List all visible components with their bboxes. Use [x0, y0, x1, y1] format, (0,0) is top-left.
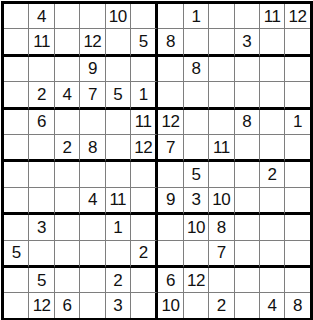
- cell-r9c2-given[interactable]: 3: [29, 215, 54, 240]
- cell-r11c11-empty[interactable]: [260, 268, 285, 293]
- cell-r11c6-empty[interactable]: [131, 268, 158, 293]
- cell-r4c6-given[interactable]: 1: [131, 82, 158, 109]
- cell-r7c7-empty[interactable]: [158, 162, 183, 187]
- cell-r7c3-empty[interactable]: [55, 162, 80, 187]
- cell-r10c12-empty[interactable]: [285, 241, 309, 268]
- cell-r2c9-empty[interactable]: [209, 29, 234, 56]
- cell-r6c4-given[interactable]: 8: [80, 135, 105, 162]
- cell-r12c9-given[interactable]: 2: [209, 293, 234, 317]
- cell-r6c12-empty[interactable]: [285, 135, 309, 162]
- cell-r2c10-given[interactable]: 3: [235, 29, 260, 56]
- cell-r3c6-empty[interactable]: [131, 57, 158, 82]
- cell-r8c9-given[interactable]: 10: [209, 188, 234, 215]
- cell-r9c1-empty[interactable]: [4, 215, 29, 240]
- cell-r2c2-given[interactable]: 11: [29, 29, 54, 56]
- cell-r10c2-empty[interactable]: [29, 241, 54, 268]
- cell-r3c9-empty[interactable]: [209, 57, 234, 82]
- cell-r5c6-given[interactable]: 11: [131, 110, 158, 135]
- cell-r7c12-empty[interactable]: [285, 162, 309, 187]
- cell-r8c2-empty[interactable]: [29, 188, 54, 215]
- cell-r1c3-empty[interactable]: [55, 4, 80, 29]
- cell-r10c4-empty[interactable]: [80, 241, 105, 268]
- cell-r4c9-empty[interactable]: [209, 82, 234, 109]
- cell-r5c11-empty[interactable]: [260, 110, 285, 135]
- cell-r9c4-empty[interactable]: [80, 215, 105, 240]
- cell-r1c1-empty[interactable]: [4, 4, 29, 29]
- cell-r12c3-given[interactable]: 6: [55, 293, 80, 317]
- cell-r4c5-given[interactable]: 5: [106, 82, 131, 109]
- cell-r5c2-given[interactable]: 6: [29, 110, 54, 135]
- cell-r5c12-given[interactable]: 1: [285, 110, 309, 135]
- cell-r10c11-empty[interactable]: [260, 241, 285, 268]
- cell-r5c8-empty[interactable]: [184, 110, 209, 135]
- cell-r3c5-empty[interactable]: [106, 57, 131, 82]
- cell-r1c7-empty[interactable]: [158, 4, 183, 29]
- cell-r9c3-empty[interactable]: [55, 215, 80, 240]
- cell-r12c4-empty[interactable]: [80, 293, 105, 317]
- cell-r1c9-empty[interactable]: [209, 4, 234, 29]
- cell-r2c1-empty[interactable]: [4, 29, 29, 56]
- cell-r10c9-given[interactable]: 7: [209, 241, 234, 268]
- cell-r12c2-given[interactable]: 12: [29, 293, 54, 317]
- cell-r1c4-empty[interactable]: [80, 4, 105, 29]
- cell-r8c12-empty[interactable]: [285, 188, 309, 215]
- cell-r2c11-empty[interactable]: [260, 29, 285, 56]
- cell-r10c7-empty[interactable]: [158, 241, 183, 268]
- cell-r6c7-given[interactable]: 7: [158, 135, 183, 162]
- cell-r3c7-empty[interactable]: [158, 57, 183, 82]
- cell-r4c8-empty[interactable]: [184, 82, 209, 109]
- cell-r1c12-given[interactable]: 12: [285, 4, 309, 29]
- cell-r3c12-empty[interactable]: [285, 57, 309, 82]
- cell-r1c10-empty[interactable]: [235, 4, 260, 29]
- cell-r11c4-empty[interactable]: [80, 268, 105, 293]
- cell-r5c3-empty[interactable]: [55, 110, 80, 135]
- cell-r9c7-empty[interactable]: [158, 215, 183, 240]
- cell-r12c10-empty[interactable]: [235, 293, 260, 317]
- cell-r8c10-empty[interactable]: [235, 188, 260, 215]
- cell-r6c10-empty[interactable]: [235, 135, 260, 162]
- cell-r11c5-given[interactable]: 2: [106, 268, 131, 293]
- cell-r4c10-empty[interactable]: [235, 82, 260, 109]
- cell-r2c7-given[interactable]: 8: [158, 29, 183, 56]
- cell-r7c11-given[interactable]: 2: [260, 162, 285, 187]
- cell-r11c8-given[interactable]: 12: [184, 268, 209, 293]
- cell-r3c11-empty[interactable]: [260, 57, 285, 82]
- cell-r10c10-empty[interactable]: [235, 241, 260, 268]
- cell-r4c1-empty[interactable]: [4, 82, 29, 109]
- cell-r3c3-empty[interactable]: [55, 57, 80, 82]
- cell-r10c8-empty[interactable]: [184, 241, 209, 268]
- cell-r1c5-given[interactable]: 10: [106, 4, 131, 29]
- cell-r1c6-empty[interactable]: [131, 4, 158, 29]
- cell-r3c1-empty[interactable]: [4, 57, 29, 82]
- cell-r7c1-empty[interactable]: [4, 162, 29, 187]
- cell-r8c3-empty[interactable]: [55, 188, 80, 215]
- cell-r2c4-given[interactable]: 12: [80, 29, 105, 56]
- cell-r12c1-empty[interactable]: [4, 293, 29, 317]
- cell-r7c2-empty[interactable]: [29, 162, 54, 187]
- cell-r12c12-given[interactable]: 8: [285, 293, 309, 317]
- cell-r10c5-empty[interactable]: [106, 241, 131, 268]
- cell-r4c12-empty[interactable]: [285, 82, 309, 109]
- cell-r2c6-given[interactable]: 5: [131, 29, 158, 56]
- cell-r5c4-empty[interactable]: [80, 110, 105, 135]
- cell-r5c1-empty[interactable]: [4, 110, 29, 135]
- cell-r2c8-empty[interactable]: [184, 29, 209, 56]
- cell-r5c7-given[interactable]: 12: [158, 110, 183, 135]
- cell-r1c2-given[interactable]: 4: [29, 4, 54, 29]
- cell-r6c11-empty[interactable]: [260, 135, 285, 162]
- cell-r12c6-empty[interactable]: [131, 293, 158, 317]
- cell-r10c3-empty[interactable]: [55, 241, 80, 268]
- cell-r11c3-empty[interactable]: [55, 268, 80, 293]
- cell-r3c8-given[interactable]: 8: [184, 57, 209, 82]
- cell-r9c10-empty[interactable]: [235, 215, 260, 240]
- cell-r7c9-empty[interactable]: [209, 162, 234, 187]
- cell-r11c1-empty[interactable]: [4, 268, 29, 293]
- cell-r9c6-empty[interactable]: [131, 215, 158, 240]
- cell-r7c4-empty[interactable]: [80, 162, 105, 187]
- cell-r6c3-given[interactable]: 2: [55, 135, 80, 162]
- cell-r6c5-empty[interactable]: [106, 135, 131, 162]
- cell-r12c11-given[interactable]: 4: [260, 293, 285, 317]
- cell-r12c7-given[interactable]: 10: [158, 293, 183, 317]
- cell-r9c11-empty[interactable]: [260, 215, 285, 240]
- cell-r12c5-given[interactable]: 3: [106, 293, 131, 317]
- cell-r7c5-empty[interactable]: [106, 162, 131, 187]
- cell-r5c5-empty[interactable]: [106, 110, 131, 135]
- cell-r4c7-empty[interactable]: [158, 82, 183, 109]
- cell-r2c12-empty[interactable]: [285, 29, 309, 56]
- cell-r4c3-given[interactable]: 4: [55, 82, 80, 109]
- cell-r9c12-empty[interactable]: [285, 215, 309, 240]
- cell-r11c2-given[interactable]: 5: [29, 268, 54, 293]
- cell-r4c11-empty[interactable]: [260, 82, 285, 109]
- cell-r7c10-empty[interactable]: [235, 162, 260, 187]
- cell-r10c1-given[interactable]: 5: [4, 241, 29, 268]
- cell-r4c4-given[interactable]: 7: [80, 82, 105, 109]
- cell-r4c2-given[interactable]: 2: [29, 82, 54, 109]
- cell-r2c5-empty[interactable]: [106, 29, 131, 56]
- cell-r8c11-empty[interactable]: [260, 188, 285, 215]
- cell-r5c9-empty[interactable]: [209, 110, 234, 135]
- cell-r10c6-given[interactable]: 2: [131, 241, 158, 268]
- cell-r9c5-given[interactable]: 1: [106, 215, 131, 240]
- cell-r11c7-given[interactable]: 6: [158, 268, 183, 293]
- cell-r1c11-given[interactable]: 11: [260, 4, 285, 29]
- cell-r6c8-empty[interactable]: [184, 135, 209, 162]
- cell-r11c9-empty[interactable]: [209, 268, 234, 293]
- cell-r8c5-given[interactable]: 11: [106, 188, 131, 215]
- cell-r9c8-given[interactable]: 10: [184, 215, 209, 240]
- cell-r7c6-empty[interactable]: [131, 162, 158, 187]
- cell-r3c2-empty[interactable]: [29, 57, 54, 82]
- cell-r8c6-empty[interactable]: [131, 188, 158, 215]
- cell-r9c9-given[interactable]: 8: [209, 215, 234, 240]
- cell-r8c8-given[interactable]: 3: [184, 188, 209, 215]
- cell-r11c10-empty[interactable]: [235, 268, 260, 293]
- cell-r6c6-given[interactable]: 12: [131, 135, 158, 162]
- cell-r12c8-empty[interactable]: [184, 293, 209, 317]
- cell-r6c1-empty[interactable]: [4, 135, 29, 162]
- sudoku-board: 4101111211125839824751611128128127115241…: [1, 1, 313, 320]
- cell-r3c4-given[interactable]: 9: [80, 57, 105, 82]
- cell-r8c4-given[interactable]: 4: [80, 188, 105, 215]
- cell-r6c9-given[interactable]: 11: [209, 135, 234, 162]
- cell-r1c8-given[interactable]: 1: [184, 4, 209, 29]
- cell-r3c10-empty[interactable]: [235, 57, 260, 82]
- cell-r8c7-given[interactable]: 9: [158, 188, 183, 215]
- cell-r8c1-empty[interactable]: [4, 188, 29, 215]
- cell-r5c10-given[interactable]: 8: [235, 110, 260, 135]
- cell-r6c2-empty[interactable]: [29, 135, 54, 162]
- cell-r7c8-given[interactable]: 5: [184, 162, 209, 187]
- cell-r2c3-empty[interactable]: [55, 29, 80, 56]
- cell-r11c12-empty[interactable]: [285, 268, 309, 293]
